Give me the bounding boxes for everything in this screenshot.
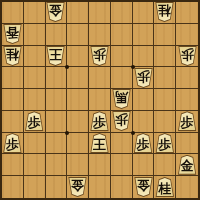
board-square[interactable] [133,24,155,46]
board-square[interactable] [176,89,198,111]
board-square[interactable] [111,46,133,68]
board-square[interactable] [111,154,133,176]
board-square[interactable] [24,24,46,46]
piece-gote-pawn-1c[interactable]: 歩 [178,46,197,66]
piece-sente-pawn-5f[interactable]: 歩 [90,111,109,131]
board-square[interactable] [24,46,46,68]
board-square[interactable]: 歩 [154,133,176,155]
board-square[interactable] [67,154,89,176]
piece-kanji: 歩 [137,70,150,83]
board-square[interactable] [133,89,155,111]
board-square[interactable] [154,67,176,89]
board-square[interactable] [89,89,111,111]
piece-kanji: 歩 [6,138,19,151]
board-square[interactable]: 歩 [89,111,111,133]
piece-kanji: 歩 [28,116,41,129]
board-square[interactable] [24,67,46,89]
board-square[interactable] [111,24,133,46]
board-square[interactable]: 桂 [154,176,176,198]
board-square[interactable] [89,24,111,46]
board-square[interactable]: 金 [46,2,68,24]
board-square[interactable] [111,2,133,24]
board-square[interactable]: 王 [46,46,68,68]
board-square[interactable] [176,67,198,89]
piece-gote-pawn-5c[interactable]: 歩 [90,46,109,66]
board-square[interactable] [24,2,46,24]
board-square[interactable]: 歩 [111,111,133,133]
piece-gote-knight-2a[interactable]: 桂 [155,2,174,22]
piece-gote-king-7c[interactable]: 王 [46,46,65,66]
board-square[interactable] [89,2,111,24]
board-square[interactable]: 桂 [2,46,24,68]
board-square[interactable] [67,24,89,46]
board-square[interactable] [46,176,68,198]
piece-gote-gold-6i[interactable]: 金 [68,177,87,197]
piece-sente-gold-1h[interactable]: 金 [178,155,197,175]
board-square[interactable]: 金 [176,154,198,176]
board-square[interactable] [2,154,24,176]
piece-kanji: 金 [181,159,194,172]
board-square[interactable] [67,67,89,89]
board-square[interactable] [46,111,68,133]
piece-sente-pawn-9g[interactable]: 歩 [3,133,22,153]
board-square[interactable] [2,176,24,198]
piece-gote-promoted-bishop-4e[interactable]: 馬 [112,89,131,109]
board-square[interactable] [46,24,68,46]
piece-kanji: 金 [49,5,62,18]
board-square[interactable] [154,24,176,46]
board-square[interactable] [67,89,89,111]
piece-sente-pawn-8f[interactable]: 歩 [25,111,44,131]
board-square[interactable]: 歩 [133,133,155,155]
board-square[interactable] [46,154,68,176]
board-square[interactable]: 香 [2,24,24,46]
piece-kanji: 歩 [93,48,106,61]
board-square[interactable] [46,67,68,89]
board-square[interactable] [89,67,111,89]
piece-kanji: 歩 [181,116,194,129]
piece-sente-pawn-1f[interactable]: 歩 [178,111,197,131]
piece-gote-lance-9b[interactable]: 香 [3,24,22,44]
board-square[interactable] [2,2,24,24]
piece-gote-pawn-3d[interactable]: 歩 [134,68,153,88]
board-square[interactable] [67,111,89,133]
shogi-board: 金桂香桂王歩歩歩馬歩歩歩歩歩王歩歩金金金桂 [0,0,200,200]
piece-sente-pawn-2g[interactable]: 歩 [155,133,174,153]
piece-kanji: 歩 [93,116,106,129]
piece-kanji: 香 [6,27,19,40]
star-point [131,131,135,135]
board-square[interactable] [24,89,46,111]
board-square[interactable]: 金 [67,176,89,198]
piece-kanji: 歩 [158,138,171,151]
board-square[interactable] [133,46,155,68]
board-square[interactable]: 歩 [176,46,198,68]
board-square[interactable]: 歩 [24,111,46,133]
board-square[interactable]: 王 [89,133,111,155]
board-square[interactable]: 歩 [89,46,111,68]
board-square[interactable] [133,111,155,133]
board-square[interactable]: 金 [133,176,155,198]
board-square[interactable]: 歩 [133,67,155,89]
board-square[interactable] [154,154,176,176]
piece-gote-pawn-4f[interactable]: 歩 [112,111,131,131]
board-square[interactable] [133,154,155,176]
piece-kanji: 金 [137,180,150,193]
piece-kanji: 桂 [158,5,171,18]
board-square[interactable] [2,111,24,133]
board-square[interactable] [24,154,46,176]
board-square[interactable] [154,46,176,68]
piece-kanji: 王 [93,138,106,151]
board-square[interactable] [67,2,89,24]
board-square[interactable] [154,111,176,133]
piece-kanji: 王 [49,48,62,61]
piece-sente-knight-2i[interactable]: 桂 [155,177,174,197]
piece-kanji: 歩 [115,114,128,127]
piece-gote-gold-3i[interactable]: 金 [134,177,153,197]
piece-gote-knight-9c[interactable]: 桂 [3,46,22,66]
board-square[interactable] [133,2,155,24]
board-square[interactable]: 桂 [154,2,176,24]
piece-kanji: 歩 [181,48,194,61]
piece-kanji: 金 [71,180,84,193]
piece-sente-king-5g[interactable]: 王 [90,133,109,153]
board-square[interactable] [154,89,176,111]
board-square[interactable] [46,89,68,111]
piece-kanji: 桂 [6,48,19,61]
piece-kanji: 歩 [137,138,150,151]
board-square[interactable] [89,154,111,176]
board-square[interactable] [176,133,198,155]
piece-kanji: 桂 [158,182,171,195]
piece-sente-pawn-3g[interactable]: 歩 [134,133,153,153]
board-square[interactable]: 歩 [176,111,198,133]
board-square[interactable] [2,89,24,111]
board-square[interactable] [176,176,198,198]
board-square[interactable] [24,133,46,155]
board-square[interactable] [176,24,198,46]
board-square[interactable] [46,133,68,155]
board-square[interactable] [67,46,89,68]
board-square[interactable]: 歩 [2,133,24,155]
board-square[interactable] [89,176,111,198]
board-square[interactable] [111,133,133,155]
board-square[interactable]: 馬 [111,89,133,111]
piece-gote-gold-7a[interactable]: 金 [46,2,65,22]
board-square[interactable] [111,176,133,198]
board-square[interactable] [111,67,133,89]
piece-kanji: 馬 [115,92,128,105]
board-square[interactable] [67,133,89,155]
board-square[interactable] [2,67,24,89]
board-square[interactable] [176,2,198,24]
board-square[interactable] [24,176,46,198]
